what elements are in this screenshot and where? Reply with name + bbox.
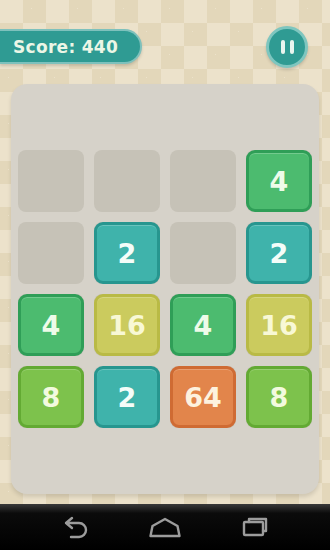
tile-value: 2 <box>270 238 289 269</box>
tile-4: 4 <box>170 294 236 356</box>
board-cell <box>94 150 160 212</box>
board-cell: 8 <box>246 366 312 428</box>
recents-icon <box>241 516 269 539</box>
board-cell <box>18 150 84 212</box>
tile-value: 4 <box>270 166 289 197</box>
board-cell <box>18 222 84 284</box>
score-text: Score: 440 <box>13 37 118 57</box>
back-icon <box>60 515 90 539</box>
android-navbar <box>0 504 330 550</box>
tile-2: 2 <box>94 366 160 428</box>
pause-icon <box>290 40 294 54</box>
pause-button[interactable] <box>266 26 308 68</box>
tile-value: 16 <box>260 310 298 341</box>
board-cell: 2 <box>246 222 312 284</box>
tile-16: 16 <box>94 294 160 356</box>
tile-value: 4 <box>194 310 213 341</box>
board-cell: 4 <box>246 150 312 212</box>
board-cell <box>170 150 236 212</box>
tile-value: 2 <box>118 238 137 269</box>
tile-16: 16 <box>246 294 312 356</box>
tile-value: 8 <box>42 382 61 413</box>
board-cell: 4 <box>170 294 236 356</box>
board-cell: 16 <box>246 294 312 356</box>
score-badge: Score: 440 <box>0 29 142 64</box>
board-grid: 42241641682648 <box>18 150 312 428</box>
board-cell <box>170 222 236 284</box>
tile-value: 16 <box>108 310 146 341</box>
tile-value: 64 <box>184 382 222 413</box>
tile-4: 4 <box>246 150 312 212</box>
recents-button[interactable] <box>235 510 275 544</box>
pause-icon <box>281 40 285 54</box>
tile-value: 2 <box>118 382 137 413</box>
board-cell: 2 <box>94 366 160 428</box>
board-cell: 2 <box>94 222 160 284</box>
tile-value: 4 <box>42 310 61 341</box>
home-icon <box>148 517 182 538</box>
tile-4: 4 <box>18 294 84 356</box>
tile-8: 8 <box>18 366 84 428</box>
tile-value: 8 <box>270 382 289 413</box>
tile-8: 8 <box>246 366 312 428</box>
board-cell: 64 <box>170 366 236 428</box>
game-board[interactable]: 42241641682648 <box>11 84 319 494</box>
tile-2: 2 <box>246 222 312 284</box>
board-cell: 8 <box>18 366 84 428</box>
board-cell: 4 <box>18 294 84 356</box>
home-button[interactable] <box>145 510 185 544</box>
tile-64: 64 <box>170 366 236 428</box>
back-button[interactable] <box>55 510 95 544</box>
tile-2: 2 <box>94 222 160 284</box>
board-cell: 16 <box>94 294 160 356</box>
app-background: { "game": "2048", "position": { "rows": … <box>0 0 330 550</box>
